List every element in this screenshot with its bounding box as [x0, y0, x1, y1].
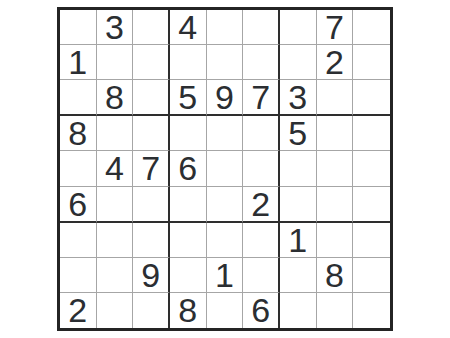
cell-r4c9[interactable]	[353, 116, 390, 151]
cell-r4c2[interactable]	[97, 116, 134, 151]
given-digit: 1	[68, 45, 87, 79]
cell-r9c6[interactable]: 6	[243, 293, 280, 328]
cell-r8c2[interactable]	[97, 258, 134, 293]
cell-r1c2[interactable]: 3	[97, 10, 134, 45]
cell-r5c3[interactable]: 7	[133, 151, 170, 186]
cell-r2c7[interactable]	[280, 45, 317, 80]
cell-r3c5[interactable]: 9	[207, 80, 244, 116]
cell-r5c4[interactable]: 6	[170, 151, 207, 186]
given-digit: 9	[215, 80, 234, 114]
cell-r7c3[interactable]	[133, 223, 170, 258]
cell-r5c7[interactable]	[280, 151, 317, 186]
given-digit: 5	[178, 80, 197, 114]
cell-r6c8[interactable]	[317, 187, 354, 223]
cell-r7c5[interactable]	[207, 223, 244, 258]
cell-r8c6[interactable]	[243, 258, 280, 293]
cell-r4c1[interactable]: 8	[60, 116, 97, 151]
cell-r3c8[interactable]	[317, 80, 354, 116]
cell-r7c1[interactable]	[60, 223, 97, 258]
cell-r8c8[interactable]: 8	[317, 258, 354, 293]
given-digit: 1	[215, 258, 234, 292]
given-digit: 3	[105, 10, 124, 44]
cell-r7c6[interactable]	[243, 223, 280, 258]
cell-r9c7[interactable]	[280, 293, 317, 328]
cell-r1c1[interactable]	[60, 10, 97, 45]
given-digit: 8	[105, 80, 124, 114]
cell-r4c8[interactable]	[317, 116, 354, 151]
given-digit: 4	[105, 151, 124, 185]
cell-r6c9[interactable]	[353, 187, 390, 223]
cell-r6c1[interactable]: 6	[60, 187, 97, 223]
cell-r3c7[interactable]: 3	[280, 80, 317, 116]
cell-r6c4[interactable]	[170, 187, 207, 223]
cell-r7c9[interactable]	[353, 223, 390, 258]
cell-r2c6[interactable]	[243, 45, 280, 80]
cell-r2c2[interactable]	[97, 45, 134, 80]
given-digit: 8	[325, 258, 344, 292]
cell-r1c9[interactable]	[353, 10, 390, 45]
cell-r4c3[interactable]	[133, 116, 170, 151]
given-digit: 7	[325, 10, 344, 44]
cell-r3c2[interactable]: 8	[97, 80, 134, 116]
cell-r7c7[interactable]: 1	[280, 223, 317, 258]
cell-r3c9[interactable]	[353, 80, 390, 116]
cell-r7c2[interactable]	[97, 223, 134, 258]
cell-r8c4[interactable]	[170, 258, 207, 293]
given-digit: 9	[141, 258, 160, 292]
cell-r8c3[interactable]: 9	[133, 258, 170, 293]
cell-r3c4[interactable]: 5	[170, 80, 207, 116]
given-digit: 6	[68, 187, 87, 221]
cell-r9c8[interactable]	[317, 293, 354, 328]
cell-r7c4[interactable]	[170, 223, 207, 258]
cell-r5c6[interactable]	[243, 151, 280, 186]
cell-r5c8[interactable]	[317, 151, 354, 186]
given-digit: 2	[325, 45, 344, 79]
cell-r6c6[interactable]: 2	[243, 187, 280, 223]
cell-r2c4[interactable]	[170, 45, 207, 80]
cell-r2c5[interactable]	[207, 45, 244, 80]
cell-r6c5[interactable]	[207, 187, 244, 223]
cell-r9c4[interactable]: 8	[170, 293, 207, 328]
cell-r2c8[interactable]: 2	[317, 45, 354, 80]
given-digit: 5	[288, 116, 307, 150]
given-digit: 3	[288, 80, 307, 114]
cell-r4c4[interactable]	[170, 116, 207, 151]
sudoku-board: 347128597385476621918286	[57, 7, 393, 331]
given-digit: 2	[251, 187, 270, 221]
cell-r5c5[interactable]	[207, 151, 244, 186]
cell-r1c4[interactable]: 4	[170, 10, 207, 45]
cell-r5c9[interactable]	[353, 151, 390, 186]
cell-r4c5[interactable]	[207, 116, 244, 151]
given-digit: 8	[68, 116, 87, 150]
cell-r6c3[interactable]	[133, 187, 170, 223]
cell-r4c7[interactable]: 5	[280, 116, 317, 151]
cell-r2c1[interactable]: 1	[60, 45, 97, 80]
cell-r1c5[interactable]	[207, 10, 244, 45]
cell-r9c2[interactable]	[97, 293, 134, 328]
given-digit: 6	[251, 293, 270, 327]
cell-r2c3[interactable]	[133, 45, 170, 80]
cell-r1c6[interactable]	[243, 10, 280, 45]
given-digit: 4	[178, 10, 197, 44]
cell-r9c5[interactable]	[207, 293, 244, 328]
cell-r3c1[interactable]	[60, 80, 97, 116]
given-digit: 7	[141, 151, 160, 185]
cell-r9c1[interactable]: 2	[60, 293, 97, 328]
cell-r3c6[interactable]: 7	[243, 80, 280, 116]
cell-r6c2[interactable]	[97, 187, 134, 223]
cell-r8c7[interactable]	[280, 258, 317, 293]
cell-r7c8[interactable]	[317, 223, 354, 258]
cell-r9c3[interactable]	[133, 293, 170, 328]
cell-r5c2[interactable]: 4	[97, 151, 134, 186]
cell-r1c3[interactable]	[133, 10, 170, 45]
given-digit: 6	[178, 151, 197, 185]
given-digit: 1	[288, 223, 307, 257]
cell-r4c6[interactable]	[243, 116, 280, 151]
cell-r8c5[interactable]: 1	[207, 258, 244, 293]
given-digit: 2	[68, 293, 87, 327]
cell-r8c1[interactable]	[60, 258, 97, 293]
cell-r3c3[interactable]	[133, 80, 170, 116]
cell-r8c9[interactable]	[353, 258, 390, 293]
cell-r9c9[interactable]	[353, 293, 390, 328]
cell-r6c7[interactable]	[280, 187, 317, 223]
cell-r1c8[interactable]: 7	[317, 10, 354, 45]
cell-r1c7[interactable]	[280, 10, 317, 45]
cell-r5c1[interactable]	[60, 151, 97, 186]
given-digit: 7	[251, 80, 270, 114]
given-digit: 8	[178, 293, 197, 327]
cell-r2c9[interactable]	[353, 45, 390, 80]
